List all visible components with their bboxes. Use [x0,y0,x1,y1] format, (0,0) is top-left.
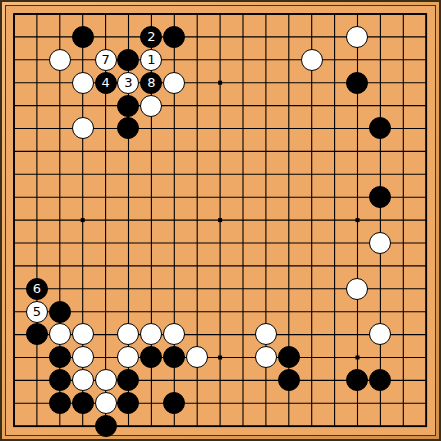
white-stone [369,323,391,345]
black-stone [278,369,300,391]
white-stone [140,323,162,345]
black-stone [163,346,185,368]
black-stone [369,117,391,139]
move-1-stone: 1 [140,49,162,71]
white-stone [95,392,117,414]
black-stone [49,369,71,391]
white-stone [72,323,94,345]
black-stone [72,26,94,48]
move-2-stone: 2 [140,26,162,48]
white-stone [369,232,391,254]
black-stone [117,95,139,117]
black-stone [117,117,139,139]
white-stone [255,346,277,368]
black-stone [72,392,94,414]
move-4-stone: 4 [95,72,117,94]
black-stone [95,415,117,437]
white-stone [163,72,185,94]
black-stone [346,369,368,391]
white-stone [346,278,368,300]
go-diagram: 27143865 [0,0,441,441]
white-stone [186,346,208,368]
stones-grid: 27143865 [3,3,438,438]
white-stone [255,323,277,345]
white-stone [49,49,71,71]
black-stone [117,392,139,414]
black-stone [369,369,391,391]
white-stone [72,117,94,139]
white-stone [346,26,368,48]
white-stone [140,95,162,117]
black-stone [49,392,71,414]
white-stone [301,49,323,71]
white-stone [117,323,139,345]
black-stone [49,301,71,323]
black-stone [163,392,185,414]
black-stone [117,369,139,391]
black-stone [49,346,71,368]
move-6-stone: 6 [26,278,48,300]
white-stone [72,369,94,391]
white-stone [49,323,71,345]
move-5-stone: 5 [26,301,48,323]
move-8-stone: 8 [140,72,162,94]
black-stone [26,323,48,345]
white-stone [163,323,185,345]
black-stone [346,72,368,94]
white-stone [117,346,139,368]
move-7-stone: 7 [95,49,117,71]
black-stone [278,346,300,368]
white-stone [95,369,117,391]
move-3-stone: 3 [117,72,139,94]
white-stone [72,346,94,368]
black-stone [117,49,139,71]
white-stone [72,72,94,94]
black-stone [163,26,185,48]
black-stone [369,186,391,208]
black-stone [140,346,162,368]
